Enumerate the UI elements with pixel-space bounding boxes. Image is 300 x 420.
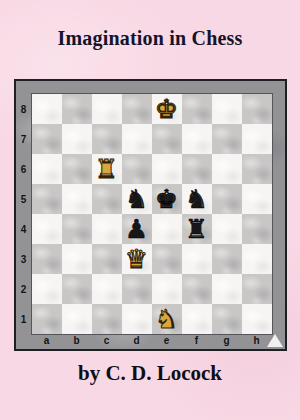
rank-label-6: 6 <box>16 154 32 184</box>
rank-labels: 87654321 <box>16 94 32 334</box>
file-label-d: d <box>122 334 152 349</box>
square-g1 <box>212 304 242 334</box>
file-label-c: c <box>92 334 122 349</box>
square-c8 <box>92 94 122 124</box>
square-d3: ♛ <box>122 244 152 274</box>
square-f5: ♞ <box>182 184 212 214</box>
file-label-b: b <box>62 334 92 349</box>
square-f8 <box>182 94 212 124</box>
square-b1 <box>62 304 92 334</box>
rank-label-5: 5 <box>16 184 32 214</box>
square-c2 <box>92 274 122 304</box>
rank-label-4: 4 <box>16 214 32 244</box>
white-knight-piece: ♞ <box>155 304 178 334</box>
square-e1: ♞ <box>152 304 182 334</box>
square-e4 <box>152 214 182 244</box>
chess-board-frame: 87654321 ♚♜♞♚♞♟♜♛♞ abcdefgh <box>14 79 287 351</box>
square-b8 <box>62 94 92 124</box>
rank-label-1: 1 <box>16 304 32 334</box>
square-h7 <box>242 124 272 154</box>
square-h6 <box>242 154 272 184</box>
square-d6 <box>122 154 152 184</box>
square-h3 <box>242 244 272 274</box>
book-cover: Imagination in Chess 87654321 ♚♜♞♚♞♟♜♛♞ … <box>0 0 300 420</box>
square-h8 <box>242 94 272 124</box>
square-c6: ♜ <box>92 154 122 184</box>
square-g3 <box>212 244 242 274</box>
square-a3 <box>32 244 62 274</box>
board-grid: ♚♜♞♚♞♟♜♛♞ <box>32 94 272 334</box>
square-e8: ♚ <box>152 94 182 124</box>
square-a1 <box>32 304 62 334</box>
white-rook-piece: ♜ <box>95 154 118 184</box>
square-d8 <box>122 94 152 124</box>
square-f7 <box>182 124 212 154</box>
square-g4 <box>212 214 242 244</box>
square-c5 <box>92 184 122 214</box>
square-c3 <box>92 244 122 274</box>
black-knight-piece: ♞ <box>185 184 208 214</box>
square-h1 <box>242 304 272 334</box>
square-g6 <box>212 154 242 184</box>
black-knight-piece: ♞ <box>125 184 148 214</box>
square-f1 <box>182 304 212 334</box>
rank-label-3: 3 <box>16 244 32 274</box>
square-g7 <box>212 124 242 154</box>
square-a2 <box>32 274 62 304</box>
author-line: by C. D. Locock <box>0 351 300 386</box>
square-e5: ♚ <box>152 184 182 214</box>
square-f2 <box>182 274 212 304</box>
square-d7 <box>122 124 152 154</box>
file-label-f: f <box>182 334 212 349</box>
square-f6 <box>182 154 212 184</box>
black-rook-piece: ♜ <box>185 214 208 244</box>
square-g5 <box>212 184 242 214</box>
square-e7 <box>152 124 182 154</box>
square-e6 <box>152 154 182 184</box>
square-a6 <box>32 154 62 184</box>
square-f4: ♜ <box>182 214 212 244</box>
square-c7 <box>92 124 122 154</box>
book-title: Imagination in Chess <box>0 0 300 50</box>
square-g2 <box>212 274 242 304</box>
square-d4: ♟ <box>122 214 152 244</box>
square-h4 <box>242 214 272 244</box>
white-to-move-triangle-icon <box>267 334 283 347</box>
file-label-g: g <box>212 334 242 349</box>
square-h5 <box>242 184 272 214</box>
rank-label-7: 7 <box>16 124 32 154</box>
black-king-piece: ♚ <box>155 184 178 214</box>
square-c1 <box>92 304 122 334</box>
white-king-piece: ♚ <box>155 94 178 124</box>
square-a7 <box>32 124 62 154</box>
square-g8 <box>212 94 242 124</box>
square-a4 <box>32 214 62 244</box>
square-f3 <box>182 244 212 274</box>
square-b2 <box>62 274 92 304</box>
square-e2 <box>152 274 182 304</box>
file-label-e: e <box>152 334 182 349</box>
square-b6 <box>62 154 92 184</box>
square-d5: ♞ <box>122 184 152 214</box>
square-b5 <box>62 184 92 214</box>
square-c4 <box>92 214 122 244</box>
file-label-a: a <box>32 334 62 349</box>
rank-label-8: 8 <box>16 94 32 124</box>
rank-label-2: 2 <box>16 274 32 304</box>
square-h2 <box>242 274 272 304</box>
white-queen-piece: ♛ <box>125 244 148 274</box>
file-labels: abcdefgh <box>32 334 272 349</box>
square-d2 <box>122 274 152 304</box>
square-b7 <box>62 124 92 154</box>
square-b4 <box>62 214 92 244</box>
black-pawn-piece: ♟ <box>125 214 148 244</box>
square-e3 <box>152 244 182 274</box>
square-b3 <box>62 244 92 274</box>
square-d1 <box>122 304 152 334</box>
square-a8 <box>32 94 62 124</box>
square-a5 <box>32 184 62 214</box>
